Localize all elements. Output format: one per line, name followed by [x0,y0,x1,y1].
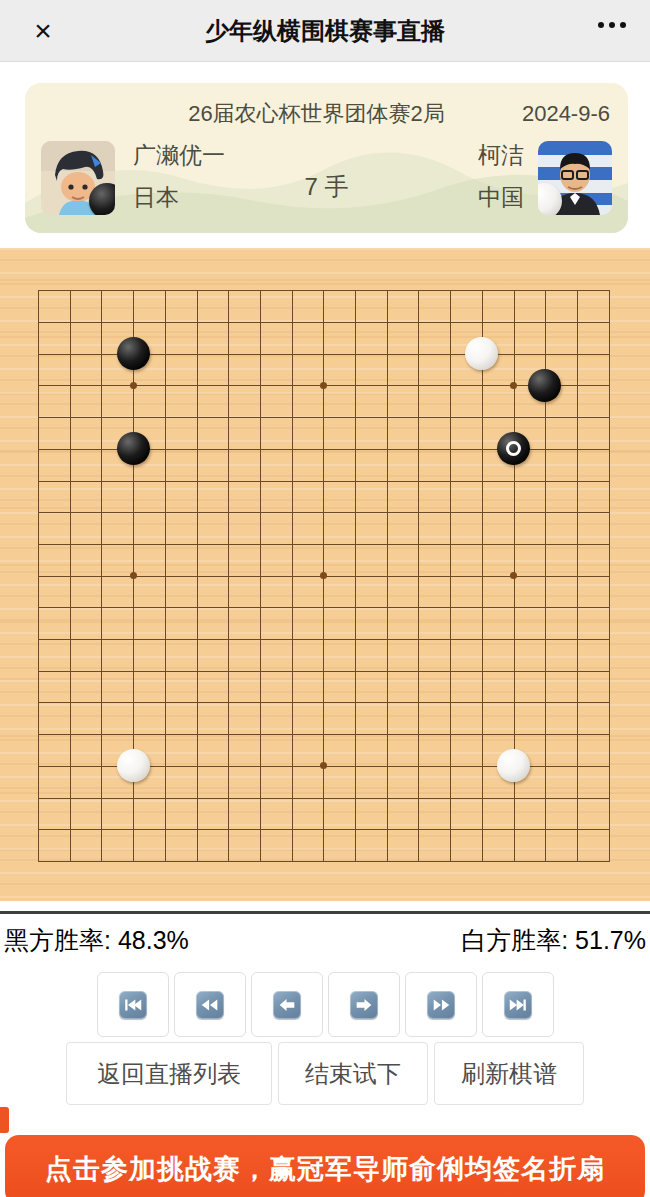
move-nav-row [0,972,650,1037]
white-player: 柯洁 中国 [478,141,612,215]
star-point [320,572,327,579]
board-intersections[interactable] [22,274,624,876]
close-icon[interactable]: × [26,14,60,48]
black-stone[interactable] [497,432,530,465]
skip-to-last-button[interactable] [482,972,554,1037]
white-stone[interactable] [497,749,530,782]
white-player-avatar[interactable] [538,141,612,215]
match-date: 2024-9-6 [518,101,628,127]
step-back-icon [273,991,301,1019]
card-header: 26届农心杯世界团体赛2局 2024-9-6 [25,99,628,129]
star-point [510,382,517,389]
star-point [130,572,137,579]
star-point [320,762,327,769]
fast-forward-icon [427,991,455,1019]
step-forward-icon [350,991,378,1019]
page-title: 少年纵横围棋赛事直播 [0,15,650,47]
white-player-name: 柯洁 [478,144,524,167]
banner-ribbon-tab [0,1107,9,1133]
challenge-banner[interactable]: 点击参加挑战赛，赢冠军导师俞俐均签名折扇 [5,1135,645,1197]
white-stone[interactable] [465,337,498,370]
black-stone-badge [89,183,115,215]
skip-to-last-icon [504,991,532,1019]
step-back-button[interactable] [251,972,323,1037]
match-info-card: 26届农心杯世界团体赛2局 2024-9-6 广濑优一 日本 7 手 [25,83,628,233]
back-to-live-list-button[interactable]: 返回直播列表 [66,1042,272,1105]
refresh-kifu-button[interactable]: 刷新棋谱 [434,1042,584,1105]
section-divider [0,911,650,914]
star-point [130,382,137,389]
white-stone[interactable] [117,749,150,782]
black-player-name: 广濑优一 [133,144,225,167]
skip-to-first-icon [119,991,147,1019]
white-player-country: 中国 [478,186,524,209]
black-stone[interactable] [117,337,150,370]
black-stone[interactable] [117,432,150,465]
step-forward-button[interactable] [328,972,400,1037]
skip-to-first-button[interactable] [97,972,169,1037]
black-stone[interactable] [528,369,561,402]
white-winrate: 白方胜率: 51.7% [461,924,646,957]
black-winrate: 黑方胜率: 48.3% [4,924,189,957]
end-trial-button[interactable]: 结束试下 [278,1042,428,1105]
rewind-button[interactable] [174,972,246,1037]
top-bar: × 少年纵横围棋赛事直播 [0,0,650,62]
star-point [510,572,517,579]
winrate-bar: 黑方胜率: 48.3% 白方胜率: 51.7% [0,920,650,960]
star-point [320,382,327,389]
fast-forward-button[interactable] [405,972,477,1037]
go-board[interactable] [0,248,650,901]
more-menu-icon[interactable] [598,22,626,28]
action-button-row: 返回直播列表 结束试下 刷新棋谱 [0,1042,650,1105]
rewind-icon [196,991,224,1019]
last-move-marker [506,441,521,456]
challenge-banner-text: 点击参加挑战赛，赢冠军导师俞俐均签名折扇 [45,1151,605,1187]
match-title: 26届农心杯世界团体赛2局 [25,99,518,129]
